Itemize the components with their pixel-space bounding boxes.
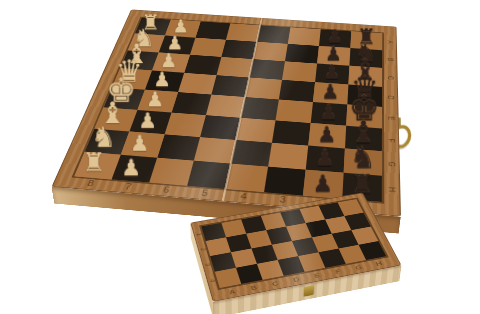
brass-clasp-icon — [304, 285, 315, 296]
product-photo: ♜♟♟♜♞♟♟♞♝♟♟♝♛♟♟♛♚♟♟♚♝♟♟♝♞♟♟♞♜♟♟♜ 8765432… — [0, 0, 480, 314]
square — [236, 264, 263, 284]
folded-chessboard-scene: ABCDEFGH 1234 — [0, 0, 480, 314]
folded-chessboard: ABCDEFGH 1234 — [190, 193, 401, 302]
square — [292, 237, 319, 256]
